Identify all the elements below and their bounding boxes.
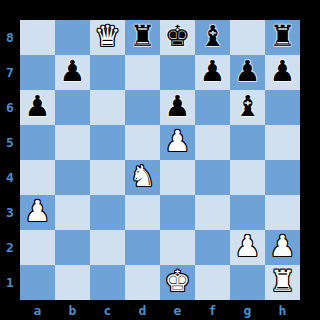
rank-label-8: 8 [0,20,20,55]
rank-label-6: 6 [0,90,20,125]
square-a6[interactable]: ♟ [20,90,55,125]
square-c5[interactable] [90,125,125,160]
square-f6[interactable] [195,90,230,125]
square-h4[interactable] [265,160,300,195]
white-knight-icon[interactable]: ♞ [130,162,156,191]
square-b1[interactable] [55,265,90,300]
square-d1[interactable] [125,265,160,300]
white-rook-icon[interactable]: ♜ [270,267,296,296]
black-pawn-icon[interactable]: ♟ [25,92,51,121]
white-pawn-icon[interactable]: ♟ [165,127,191,156]
rank-label-5: 5 [0,125,20,160]
square-f5[interactable] [195,125,230,160]
square-b7[interactable]: ♟ [55,55,90,90]
square-f1[interactable] [195,265,230,300]
square-h6[interactable] [265,90,300,125]
square-e6[interactable]: ♟ [160,90,195,125]
rank-label-2: 2 [0,230,20,265]
square-b6[interactable] [55,90,90,125]
square-d5[interactable] [125,125,160,160]
black-pawn-icon[interactable]: ♟ [200,57,226,86]
square-a7[interactable] [20,55,55,90]
square-e7[interactable] [160,55,195,90]
square-e2[interactable] [160,230,195,265]
square-g3[interactable] [230,195,265,230]
chess-board: ♛♜♚♝♜♟♟♟♟♟♟♝♟♞♟♟♟♚♜ [20,20,300,300]
rank-label-3: 3 [0,195,20,230]
square-b5[interactable] [55,125,90,160]
square-d2[interactable] [125,230,160,265]
square-d7[interactable] [125,55,160,90]
black-pawn-icon[interactable]: ♟ [270,57,296,86]
file-labels: abcdefgh [20,300,300,320]
square-f4[interactable] [195,160,230,195]
square-e1[interactable]: ♚ [160,265,195,300]
file-label-h: h [265,300,300,320]
square-h5[interactable] [265,125,300,160]
square-f2[interactable] [195,230,230,265]
square-g4[interactable] [230,160,265,195]
file-label-c: c [90,300,125,320]
square-g8[interactable] [230,20,265,55]
white-pawn-icon[interactable]: ♟ [25,197,51,226]
file-label-d: d [125,300,160,320]
square-g7[interactable]: ♟ [230,55,265,90]
chess-diagram-screen: 87654321 ♛♜♚♝♜♟♟♟♟♟♟♝♟♞♟♟♟♚♜ abcdefgh [0,0,320,320]
square-a2[interactable] [20,230,55,265]
file-label-f: f [195,300,230,320]
square-d8[interactable]: ♜ [125,20,160,55]
square-c4[interactable] [90,160,125,195]
file-label-g: g [230,300,265,320]
white-pawn-icon[interactable]: ♟ [270,232,296,261]
square-d6[interactable] [125,90,160,125]
square-e8[interactable]: ♚ [160,20,195,55]
square-c8[interactable]: ♛ [90,20,125,55]
rank-label-7: 7 [0,55,20,90]
black-bishop-icon[interactable]: ♝ [200,22,226,51]
square-c3[interactable] [90,195,125,230]
square-e4[interactable] [160,160,195,195]
black-pawn-icon[interactable]: ♟ [60,57,86,86]
square-c2[interactable] [90,230,125,265]
square-h3[interactable] [265,195,300,230]
square-e3[interactable] [160,195,195,230]
file-label-b: b [55,300,90,320]
white-queen-icon[interactable]: ♛ [95,22,121,51]
square-b4[interactable] [55,160,90,195]
file-label-a: a [20,300,55,320]
square-b3[interactable] [55,195,90,230]
white-king-icon[interactable]: ♚ [165,267,191,296]
square-a4[interactable] [20,160,55,195]
black-rook-icon[interactable]: ♜ [130,22,156,51]
rank-label-1: 1 [0,265,20,300]
square-d3[interactable] [125,195,160,230]
square-f7[interactable]: ♟ [195,55,230,90]
square-h1[interactable]: ♜ [265,265,300,300]
square-a1[interactable] [20,265,55,300]
square-g1[interactable] [230,265,265,300]
square-g6[interactable]: ♝ [230,90,265,125]
black-rook-icon[interactable]: ♜ [270,22,296,51]
square-g5[interactable] [230,125,265,160]
square-e5[interactable]: ♟ [160,125,195,160]
black-king-icon[interactable]: ♚ [165,22,191,51]
square-c1[interactable] [90,265,125,300]
white-pawn-icon[interactable]: ♟ [235,232,261,261]
square-a8[interactable] [20,20,55,55]
square-a3[interactable]: ♟ [20,195,55,230]
black-pawn-icon[interactable]: ♟ [235,57,261,86]
rank-label-4: 4 [0,160,20,195]
rank-labels: 87654321 [0,20,20,300]
square-b2[interactable] [55,230,90,265]
square-f3[interactable] [195,195,230,230]
square-f8[interactable]: ♝ [195,20,230,55]
square-d4[interactable]: ♞ [125,160,160,195]
square-b8[interactable] [55,20,90,55]
square-h7[interactable]: ♟ [265,55,300,90]
square-h2[interactable]: ♟ [265,230,300,265]
black-pawn-icon[interactable]: ♟ [165,92,191,121]
square-a5[interactable] [20,125,55,160]
square-c7[interactable] [90,55,125,90]
square-c6[interactable] [90,90,125,125]
black-bishop-icon[interactable]: ♝ [235,92,261,121]
square-g2[interactable]: ♟ [230,230,265,265]
square-h8[interactable]: ♜ [265,20,300,55]
file-label-e: e [160,300,195,320]
